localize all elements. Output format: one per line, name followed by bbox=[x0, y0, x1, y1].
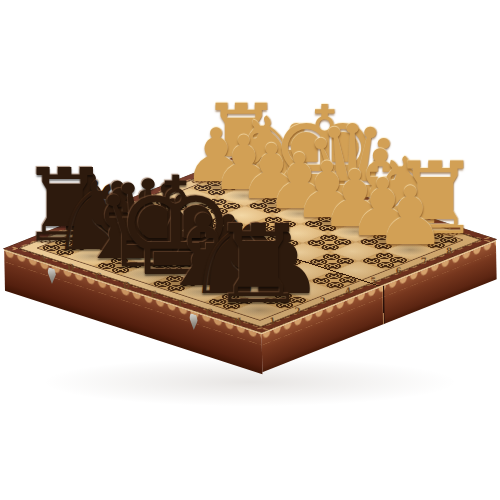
piece-dark-rook-h1[interactable]: ♜ bbox=[210, 211, 307, 319]
chess-set-photo: ABCDEFGH12345678 ♜♞♝♚♛♝♞♜♟♟♟♟♟♟♟♟♟♟♟♟♟♟♟… bbox=[0, 0, 500, 500]
pieces-layer: ♜♞♝♚♛♝♞♜♟♟♟♟♟♟♟♟♟♟♟♟♟♟♟♟♜♞♝♛♚♝♞♜ bbox=[0, 0, 500, 500]
piece-light-pawn-h7[interactable]: ♟ bbox=[374, 177, 446, 257]
